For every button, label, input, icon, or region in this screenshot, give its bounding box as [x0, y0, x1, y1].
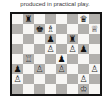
square-g7[interactable]: [78, 24, 89, 34]
square-g8[interactable]: ♛: [78, 14, 89, 24]
square-b6[interactable]: [23, 34, 34, 44]
piece-white-pawn: ♙: [68, 44, 76, 54]
square-c4[interactable]: [34, 54, 45, 64]
square-d3[interactable]: [45, 64, 56, 74]
piece-black-king: ♚: [35, 24, 43, 34]
square-d7[interactable]: ♗: [45, 24, 56, 34]
square-a6[interactable]: [12, 34, 23, 44]
square-d6[interactable]: ♟: [45, 34, 56, 44]
piece-white-pawn: ♙: [57, 64, 65, 74]
square-d1[interactable]: [45, 84, 56, 94]
square-f5[interactable]: ♙: [67, 44, 78, 54]
square-a2[interactable]: ♙: [12, 74, 23, 84]
square-e4[interactable]: ♟: [56, 54, 67, 64]
square-e1[interactable]: [56, 84, 67, 94]
square-g5[interactable]: ♟: [78, 44, 89, 54]
piece-black-pawn: ♟: [57, 54, 65, 64]
square-b8[interactable]: ♜: [23, 14, 34, 24]
square-d2[interactable]: [45, 74, 56, 84]
square-h5[interactable]: [89, 44, 100, 54]
piece-white-pawn: ♙: [35, 64, 43, 74]
square-a1[interactable]: [12, 84, 23, 94]
square-h6[interactable]: [89, 34, 100, 44]
square-b3[interactable]: [23, 64, 34, 74]
square-a8[interactable]: [12, 14, 23, 24]
square-f6[interactable]: ♜: [67, 34, 78, 44]
square-a3[interactable]: ♟: [12, 64, 23, 74]
square-f8[interactable]: [67, 14, 78, 24]
square-g3[interactable]: [78, 64, 89, 74]
square-b1[interactable]: [23, 84, 34, 94]
square-e8[interactable]: [56, 14, 67, 24]
square-c6[interactable]: [34, 34, 45, 44]
square-b2[interactable]: [23, 74, 34, 84]
square-h1[interactable]: [89, 84, 100, 94]
piece-black-pawn: ♟: [46, 34, 54, 44]
piece-white-king: ♔: [79, 84, 87, 94]
square-d8[interactable]: [45, 14, 56, 24]
piece-black-pawn: ♟: [13, 64, 21, 74]
square-c1[interactable]: [34, 84, 45, 94]
square-e7[interactable]: [56, 24, 67, 34]
square-f3[interactable]: [67, 64, 78, 74]
square-a4[interactable]: [12, 54, 23, 64]
piece-black-rook: ♜: [24, 14, 32, 24]
square-e5[interactable]: [56, 44, 67, 54]
square-h2[interactable]: [89, 74, 100, 84]
piece-white-rook: ♖: [24, 54, 32, 64]
square-d5[interactable]: ♙: [45, 44, 56, 54]
square-b7[interactable]: [23, 24, 34, 34]
square-c5[interactable]: [34, 44, 45, 54]
piece-white-pawn: ♙: [46, 44, 54, 54]
square-g6[interactable]: [78, 34, 89, 44]
square-g1[interactable]: ♔: [78, 84, 89, 94]
square-f7[interactable]: [67, 24, 78, 34]
square-e2[interactable]: [56, 74, 67, 84]
square-a7[interactable]: [12, 24, 23, 34]
square-c2[interactable]: [34, 74, 45, 84]
piece-white-pawn: ♙: [13, 74, 21, 84]
square-c8[interactable]: [34, 14, 45, 24]
piece-white-pawn: ♙: [79, 74, 87, 84]
piece-black-pawn: ♟: [79, 44, 87, 54]
square-g2[interactable]: ♙: [78, 74, 89, 84]
square-h7[interactable]: ♕: [89, 24, 100, 34]
square-c7[interactable]: ♚: [34, 24, 45, 34]
square-h8[interactable]: [89, 14, 100, 24]
square-d4[interactable]: [45, 54, 56, 64]
square-f4[interactable]: [67, 54, 78, 64]
square-b5[interactable]: [23, 44, 34, 54]
square-h3[interactable]: ♙: [89, 64, 100, 74]
piece-white-pawn: ♙: [90, 64, 98, 74]
piece-black-rook: ♜: [68, 34, 76, 44]
square-e3[interactable]: ♙: [56, 64, 67, 74]
piece-white-bishop: ♗: [46, 24, 54, 34]
square-f2[interactable]: [67, 74, 78, 84]
square-c3[interactable]: ♙: [34, 64, 45, 74]
piece-white-queen: ♕: [90, 24, 98, 34]
diagram-caption: produced in practical play.: [0, 1, 110, 8]
square-e6[interactable]: [56, 34, 67, 44]
square-b4[interactable]: ♖: [23, 54, 34, 64]
chess-board: ♜♛♚♗♕♟♜♙♙♟♖♟♟♙♙♙♙♙♔: [10, 12, 102, 96]
square-g4[interactable]: [78, 54, 89, 64]
square-a5[interactable]: [12, 44, 23, 54]
piece-black-queen: ♛: [79, 14, 87, 24]
square-f1[interactable]: [67, 84, 78, 94]
square-h4[interactable]: [89, 54, 100, 64]
